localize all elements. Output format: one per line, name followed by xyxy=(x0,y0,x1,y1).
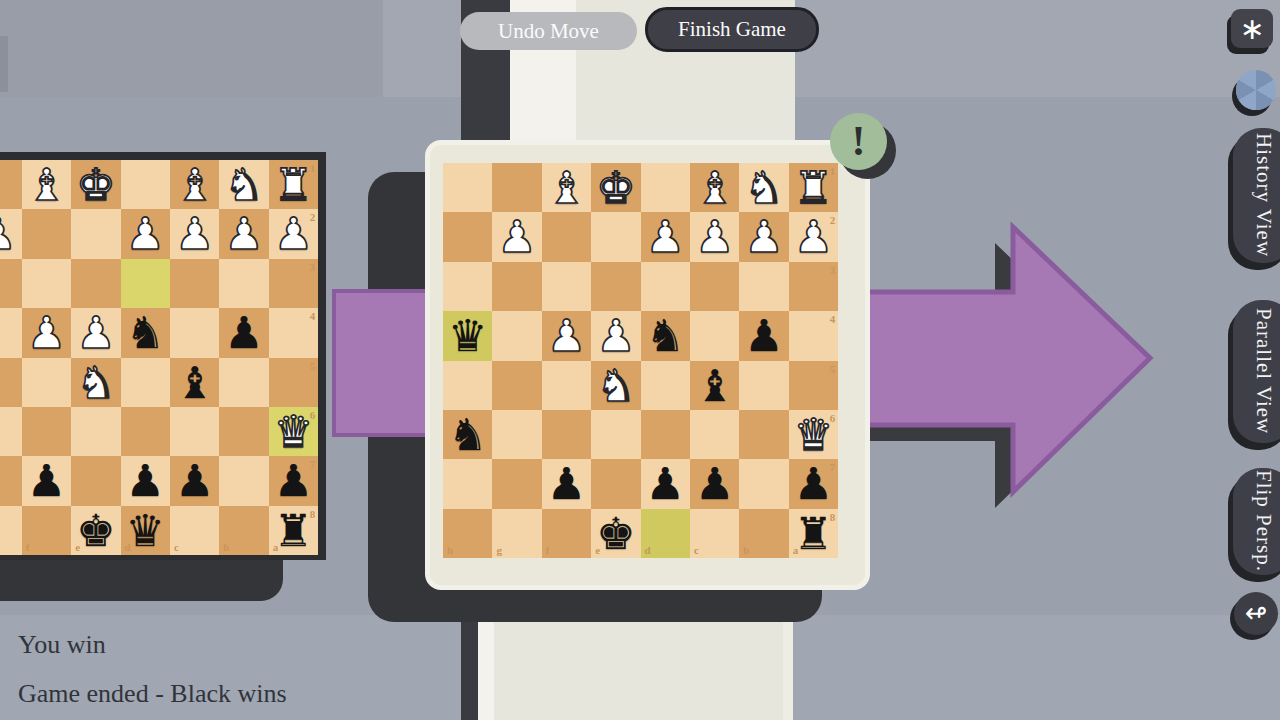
square-f6[interactable] xyxy=(22,407,71,456)
exclamation-icon: ! xyxy=(852,118,866,164)
black-pawn: ♟ xyxy=(641,459,690,508)
square-a5[interactable]: 5 xyxy=(789,361,838,410)
file-label: c xyxy=(694,545,699,556)
square-e8[interactable]: ♚e xyxy=(71,506,120,555)
square-e6[interactable] xyxy=(71,407,120,456)
black-pawn: ♟ xyxy=(219,308,268,357)
square-c6[interactable] xyxy=(690,410,739,459)
black-knight: ♞ xyxy=(443,410,492,459)
square-g1[interactable] xyxy=(0,160,22,209)
square-d3[interactable] xyxy=(641,262,690,311)
transition-arrow-left xyxy=(332,289,430,437)
square-b4[interactable]: ♟ xyxy=(739,311,788,360)
square-d5[interactable] xyxy=(641,361,690,410)
square-f3[interactable] xyxy=(542,262,591,311)
square-f7[interactable]: ♟ xyxy=(542,459,591,508)
white-pawn: ♟ xyxy=(739,212,788,261)
undo-move-button[interactable]: Undo Move xyxy=(460,12,637,50)
square-g3[interactable] xyxy=(0,259,22,308)
square-g6[interactable] xyxy=(0,407,22,456)
square-e3[interactable] xyxy=(71,259,120,308)
square-b5[interactable] xyxy=(739,361,788,410)
file-label: d xyxy=(125,542,131,553)
white-bishop: ♝ xyxy=(22,160,71,209)
black-knight: ♞ xyxy=(121,308,170,357)
square-f5[interactable] xyxy=(22,358,71,407)
square-a6[interactable]: ♛6 xyxy=(789,410,838,459)
square-g5[interactable] xyxy=(0,358,22,407)
file-label: e xyxy=(75,542,80,553)
square-d7[interactable]: ♟ xyxy=(641,459,690,508)
rank-label: 6 xyxy=(830,413,836,424)
white-pawn: ♟ xyxy=(542,311,591,360)
square-f4[interactable]: ♟ xyxy=(542,311,591,360)
square-g2[interactable]: ♟ xyxy=(492,212,541,261)
white-bishop: ♝ xyxy=(170,160,219,209)
white-knight: ♞ xyxy=(71,358,120,407)
rank-label: 7 xyxy=(830,462,836,473)
file-label: f xyxy=(546,545,550,556)
white-knight: ♞ xyxy=(591,361,640,410)
square-g7[interactable] xyxy=(492,459,541,508)
alert-badge: ! xyxy=(830,113,887,170)
square-f7[interactable]: ♟ xyxy=(22,456,71,505)
rank-label: 5 xyxy=(310,361,316,372)
square-c4[interactable] xyxy=(170,308,219,357)
square-b8[interactable]: b xyxy=(219,506,268,555)
white-king: ♚ xyxy=(591,163,640,212)
square-d4[interactable]: ♞ xyxy=(641,311,690,360)
file-label: h xyxy=(447,545,453,556)
white-pawn: ♟ xyxy=(170,209,219,258)
square-h3[interactable] xyxy=(443,262,492,311)
file-label: g xyxy=(496,545,502,556)
square-c5[interactable]: ♝ xyxy=(690,361,739,410)
square-a7[interactable]: ♟7 xyxy=(269,456,318,505)
game-screen: ♝♚♝♞♜1♟♟♟♟♟23♟♟♞♟4♞♝5♞♛6♟♟♟♟7hgf♚e♛dcb♜8… xyxy=(0,0,1280,720)
square-a2[interactable]: ♟2 xyxy=(269,209,318,258)
square-e3[interactable] xyxy=(591,262,640,311)
square-c7[interactable]: ♟ xyxy=(170,456,219,505)
file-label: a xyxy=(273,542,279,553)
square-d1[interactable] xyxy=(121,160,170,209)
square-a1[interactable]: ♜1 xyxy=(269,160,318,209)
square-d2[interactable]: ♟ xyxy=(121,209,170,258)
square-b1[interactable]: ♞ xyxy=(739,163,788,212)
square-a4[interactable]: 4 xyxy=(269,308,318,357)
asterisk-icon: ∗ xyxy=(1239,11,1264,46)
transition-arrow-right xyxy=(840,220,1160,520)
square-b2[interactable]: ♟ xyxy=(219,209,268,258)
black-pawn: ♟ xyxy=(690,459,739,508)
black-pawn: ♟ xyxy=(170,456,219,505)
square-h5[interactable] xyxy=(443,361,492,410)
square-d3[interactable] xyxy=(121,259,170,308)
square-f6[interactable] xyxy=(542,410,591,459)
file-label: e xyxy=(595,545,600,556)
rank-label: 6 xyxy=(310,410,316,421)
history-board-frame: ♝♚♝♞♜1♟♟♟♟♟23♟♟♞♟4♞♝5♞♛6♟♟♟♟7hgf♚e♛dcb♜8… xyxy=(0,152,326,560)
square-h7[interactable] xyxy=(443,459,492,508)
square-g8[interactable]: g xyxy=(0,506,22,555)
square-a2[interactable]: ♟2 xyxy=(789,212,838,261)
parallel-view-label: Parallel View xyxy=(1251,308,1276,434)
square-a3[interactable]: 3 xyxy=(789,262,838,311)
square-g1[interactable] xyxy=(492,163,541,212)
square-a1[interactable]: ♜1 xyxy=(789,163,838,212)
square-f1[interactable]: ♝ xyxy=(22,160,71,209)
file-label: b xyxy=(743,545,749,556)
square-b1[interactable]: ♞ xyxy=(219,160,268,209)
rank-label: 2 xyxy=(310,212,316,223)
square-c8[interactable]: c xyxy=(170,506,219,555)
square-f4[interactable]: ♟ xyxy=(22,308,71,357)
white-pawn: ♟ xyxy=(0,209,22,258)
square-g7[interactable] xyxy=(0,456,22,505)
white-pawn: ♟ xyxy=(492,212,541,261)
square-a4[interactable]: 4 xyxy=(789,311,838,360)
square-a6[interactable]: ♛6 xyxy=(269,407,318,456)
square-f8[interactable]: f xyxy=(542,509,591,558)
rank-label: 1 xyxy=(830,166,836,177)
square-b3[interactable] xyxy=(739,262,788,311)
square-b7[interactable] xyxy=(219,456,268,505)
square-a5[interactable]: 5 xyxy=(269,358,318,407)
square-g2[interactable]: ♟ xyxy=(0,209,22,258)
square-b3[interactable] xyxy=(219,259,268,308)
square-g4[interactable] xyxy=(0,308,22,357)
white-pawn: ♟ xyxy=(71,308,120,357)
file-label: b xyxy=(223,542,229,553)
square-c5[interactable]: ♝ xyxy=(170,358,219,407)
square-c3[interactable] xyxy=(690,262,739,311)
rank-label: 8 xyxy=(830,512,836,523)
square-e8[interactable]: ♚e xyxy=(591,509,640,558)
square-e1[interactable]: ♚ xyxy=(591,163,640,212)
loop-arrow-icon: ↫ xyxy=(1245,597,1268,628)
square-h6[interactable]: ♞ xyxy=(443,410,492,459)
square-d1[interactable] xyxy=(641,163,690,212)
square-g4[interactable] xyxy=(492,311,541,360)
square-c6[interactable] xyxy=(170,407,219,456)
square-h4[interactable]: ♛ xyxy=(443,311,492,360)
square-a3[interactable]: 3 xyxy=(269,259,318,308)
white-pawn: ♟ xyxy=(641,212,690,261)
rank-label: 3 xyxy=(830,265,836,276)
square-f2[interactable] xyxy=(22,209,71,258)
square-g3[interactable] xyxy=(492,262,541,311)
white-knight: ♞ xyxy=(739,163,788,212)
square-d2[interactable]: ♟ xyxy=(641,212,690,261)
swap-button[interactable]: ↫ xyxy=(1234,592,1278,635)
finish-game-button[interactable]: Finish Game xyxy=(645,7,819,52)
white-pawn: ♟ xyxy=(121,209,170,258)
square-b2[interactable]: ♟ xyxy=(739,212,788,261)
white-pawn: ♟ xyxy=(690,212,739,261)
square-d4[interactable]: ♞ xyxy=(121,308,170,357)
square-e2[interactable] xyxy=(591,212,640,261)
white-bishop: ♝ xyxy=(542,163,591,212)
square-b6[interactable] xyxy=(219,407,268,456)
square-h2[interactable] xyxy=(443,212,492,261)
square-g6[interactable] xyxy=(492,410,541,459)
square-g8[interactable]: g xyxy=(492,509,541,558)
white-bishop: ♝ xyxy=(690,163,739,212)
board-history[interactable]: ♝♚♝♞♜1♟♟♟♟♟23♟♟♞♟4♞♝5♞♛6♟♟♟♟7hgf♚e♛dcb♜8… xyxy=(0,160,318,555)
square-e4[interactable]: ♟ xyxy=(71,308,120,357)
white-pawn: ♟ xyxy=(591,311,640,360)
square-e5[interactable]: ♞ xyxy=(591,361,640,410)
white-king: ♚ xyxy=(71,160,120,209)
square-d6[interactable] xyxy=(121,407,170,456)
square-c1[interactable]: ♝ xyxy=(170,160,219,209)
square-b4[interactable]: ♟ xyxy=(219,308,268,357)
square-f5[interactable] xyxy=(542,361,591,410)
square-f8[interactable]: f xyxy=(22,506,71,555)
square-d6[interactable] xyxy=(641,410,690,459)
square-e7[interactable] xyxy=(591,459,640,508)
square-d8[interactable]: d xyxy=(641,509,690,558)
black-pawn: ♟ xyxy=(542,459,591,508)
white-knight: ♞ xyxy=(219,160,268,209)
flip-perspective-label: Flip Persp. xyxy=(1251,470,1276,572)
status-message: Game ended - Black wins xyxy=(18,679,287,709)
square-f1[interactable]: ♝ xyxy=(542,163,591,212)
parallel-view-button[interactable]: Parallel View xyxy=(1233,300,1280,443)
square-e5[interactable]: ♞ xyxy=(71,358,120,407)
black-bishop: ♝ xyxy=(170,358,219,407)
square-c2[interactable]: ♟ xyxy=(170,209,219,258)
rank-label: 7 xyxy=(310,459,316,470)
file-label: f xyxy=(26,542,30,553)
square-h8[interactable]: h xyxy=(443,509,492,558)
board-current[interactable]: ♝♚♝♞♜1♟♟♟♟♟23♛♟♟♞♟4♞♝5♞♛6♟♟♟♟7hgf♚edcb♜8… xyxy=(443,163,838,558)
current-board-frame: ♝♚♝♞♜1♟♟♟♟♟23♛♟♟♞♟4♞♝5♞♛6♟♟♟♟7hgf♚edcb♜8… xyxy=(425,140,870,590)
file-label: c xyxy=(174,542,179,553)
result-message: You win xyxy=(18,630,106,660)
square-c8[interactable]: c xyxy=(690,509,739,558)
history-view-label: History View xyxy=(1251,133,1276,257)
file-label: a xyxy=(793,545,799,556)
square-a8[interactable]: ♜8a xyxy=(269,506,318,555)
flip-perspective-button[interactable]: Flip Persp. xyxy=(1233,468,1280,575)
black-pawn: ♟ xyxy=(22,456,71,505)
rank-label: 5 xyxy=(830,364,836,375)
asterisk-button[interactable]: ∗ xyxy=(1231,9,1273,48)
square-c4[interactable] xyxy=(690,311,739,360)
rank-label: 3 xyxy=(310,262,316,273)
square-d5[interactable] xyxy=(121,358,170,407)
square-e4[interactable]: ♟ xyxy=(591,311,640,360)
rank-label: 4 xyxy=(310,311,316,322)
background-block-top-left xyxy=(0,0,383,97)
square-d7[interactable]: ♟ xyxy=(121,456,170,505)
square-b7[interactable] xyxy=(739,459,788,508)
rank-label: 2 xyxy=(830,215,836,226)
white-pawn: ♟ xyxy=(219,209,268,258)
file-label: d xyxy=(645,545,651,556)
history-view-button[interactable]: History View xyxy=(1233,128,1280,263)
square-a8[interactable]: ♜8a xyxy=(789,509,838,558)
black-pawn: ♟ xyxy=(739,311,788,360)
black-pawn: ♟ xyxy=(121,456,170,505)
square-e6[interactable] xyxy=(591,410,640,459)
square-c3[interactable] xyxy=(170,259,219,308)
black-queen: ♛ xyxy=(443,311,492,360)
rank-label: 1 xyxy=(310,163,316,174)
black-bishop: ♝ xyxy=(690,361,739,410)
square-b8[interactable]: b xyxy=(739,509,788,558)
square-d8[interactable]: ♛d xyxy=(121,506,170,555)
background-edge-sliver xyxy=(0,36,8,92)
square-e1[interactable]: ♚ xyxy=(71,160,120,209)
rank-label: 4 xyxy=(830,314,836,325)
square-c7[interactable]: ♟ xyxy=(690,459,739,508)
square-e7[interactable] xyxy=(71,456,120,505)
pinwheel-button[interactable] xyxy=(1236,70,1276,110)
white-pawn: ♟ xyxy=(22,308,71,357)
square-e2[interactable] xyxy=(71,209,120,258)
square-f2[interactable] xyxy=(542,212,591,261)
square-h1[interactable] xyxy=(443,163,492,212)
square-g5[interactable] xyxy=(492,361,541,410)
rank-label: 8 xyxy=(310,509,316,520)
square-b5[interactable] xyxy=(219,358,268,407)
square-b6[interactable] xyxy=(739,410,788,459)
square-c2[interactable]: ♟ xyxy=(690,212,739,261)
square-a7[interactable]: ♟7 xyxy=(789,459,838,508)
square-c1[interactable]: ♝ xyxy=(690,163,739,212)
square-f3[interactable] xyxy=(22,259,71,308)
black-knight: ♞ xyxy=(641,311,690,360)
